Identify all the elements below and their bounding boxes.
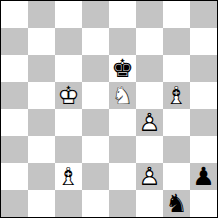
square-e1[interactable] (109, 190, 136, 217)
square-c3[interactable] (55, 136, 82, 163)
square-h4[interactable] (190, 109, 217, 136)
black-knight-piece[interactable]: ♞ (163, 190, 190, 217)
black-king-piece[interactable]: ♚ (109, 55, 136, 82)
square-c2[interactable]: ♝♗ (55, 163, 82, 190)
square-f4[interactable]: ♟♙ (136, 109, 163, 136)
square-g8[interactable] (163, 1, 190, 28)
square-g1[interactable]: ♞ (163, 190, 190, 217)
square-a1[interactable] (1, 190, 28, 217)
white-pawn-piece[interactable]: ♟♙ (136, 109, 163, 136)
square-d8[interactable] (82, 1, 109, 28)
square-d6[interactable] (82, 55, 109, 82)
square-h3[interactable] (190, 136, 217, 163)
square-c7[interactable] (55, 28, 82, 55)
square-d4[interactable] (82, 109, 109, 136)
square-f5[interactable] (136, 82, 163, 109)
square-f7[interactable] (136, 28, 163, 55)
square-b4[interactable] (28, 109, 55, 136)
white-knight-outline-glyph: ♘ (109, 82, 136, 109)
square-d5[interactable] (82, 82, 109, 109)
square-d2[interactable] (82, 163, 109, 190)
white-pawn-outline-glyph: ♙ (136, 163, 163, 190)
square-g7[interactable] (163, 28, 190, 55)
square-g3[interactable] (163, 136, 190, 163)
white-pawn-piece[interactable]: ♟♙ (136, 163, 163, 190)
square-f2[interactable]: ♟♙ (136, 163, 163, 190)
square-h6[interactable] (190, 55, 217, 82)
square-c5[interactable]: ♚♔ (55, 82, 82, 109)
square-d3[interactable] (82, 136, 109, 163)
white-king-piece[interactable]: ♚♔ (55, 82, 82, 109)
square-h5[interactable] (190, 82, 217, 109)
square-a6[interactable] (1, 55, 28, 82)
square-f6[interactable] (136, 55, 163, 82)
square-a5[interactable] (1, 82, 28, 109)
square-f8[interactable] (136, 1, 163, 28)
black-king-glyph: ♚ (109, 55, 136, 82)
black-knight-glyph: ♞ (163, 190, 190, 217)
square-h2[interactable]: ♟ (190, 163, 217, 190)
square-d1[interactable] (82, 190, 109, 217)
square-e8[interactable] (109, 1, 136, 28)
white-bishop-piece[interactable]: ♝♗ (55, 163, 82, 190)
square-g6[interactable] (163, 55, 190, 82)
white-knight-piece[interactable]: ♞♘ (109, 82, 136, 109)
square-e2[interactable] (109, 163, 136, 190)
white-bishop-piece[interactable]: ♝♗ (163, 82, 190, 109)
square-a3[interactable] (1, 136, 28, 163)
square-g2[interactable] (163, 163, 190, 190)
square-a2[interactable] (1, 163, 28, 190)
square-h8[interactable] (190, 1, 217, 28)
square-b3[interactable] (28, 136, 55, 163)
square-e7[interactable] (109, 28, 136, 55)
square-g5[interactable]: ♝♗ (163, 82, 190, 109)
white-bishop-outline-glyph: ♗ (55, 163, 82, 190)
square-e4[interactable] (109, 109, 136, 136)
white-king-outline-glyph: ♔ (55, 82, 82, 109)
square-c1[interactable] (55, 190, 82, 217)
black-pawn-piece[interactable]: ♟ (190, 163, 217, 190)
square-b8[interactable] (28, 1, 55, 28)
square-f3[interactable] (136, 136, 163, 163)
square-f1[interactable] (136, 190, 163, 217)
square-e6[interactable]: ♚ (109, 55, 136, 82)
square-a7[interactable] (1, 28, 28, 55)
square-b5[interactable] (28, 82, 55, 109)
square-e5[interactable]: ♞♘ (109, 82, 136, 109)
square-a4[interactable] (1, 109, 28, 136)
black-pawn-glyph: ♟ (190, 163, 217, 190)
square-h7[interactable] (190, 28, 217, 55)
chess-board: ♚♚♔♞♘♝♗♟♙♝♗♟♙♟♞ (0, 0, 218, 218)
square-e3[interactable] (109, 136, 136, 163)
square-c6[interactable] (55, 55, 82, 82)
square-b6[interactable] (28, 55, 55, 82)
chess-diagram: ♚♚♔♞♘♝♗♟♙♝♗♟♙♟♞ (0, 0, 218, 218)
square-b2[interactable] (28, 163, 55, 190)
white-bishop-outline-glyph: ♗ (163, 82, 190, 109)
square-h1[interactable] (190, 190, 217, 217)
square-b7[interactable] (28, 28, 55, 55)
square-b1[interactable] (28, 190, 55, 217)
square-d7[interactable] (82, 28, 109, 55)
square-c4[interactable] (55, 109, 82, 136)
square-g4[interactable] (163, 109, 190, 136)
square-c8[interactable] (55, 1, 82, 28)
white-pawn-outline-glyph: ♙ (136, 109, 163, 136)
square-a8[interactable] (1, 1, 28, 28)
